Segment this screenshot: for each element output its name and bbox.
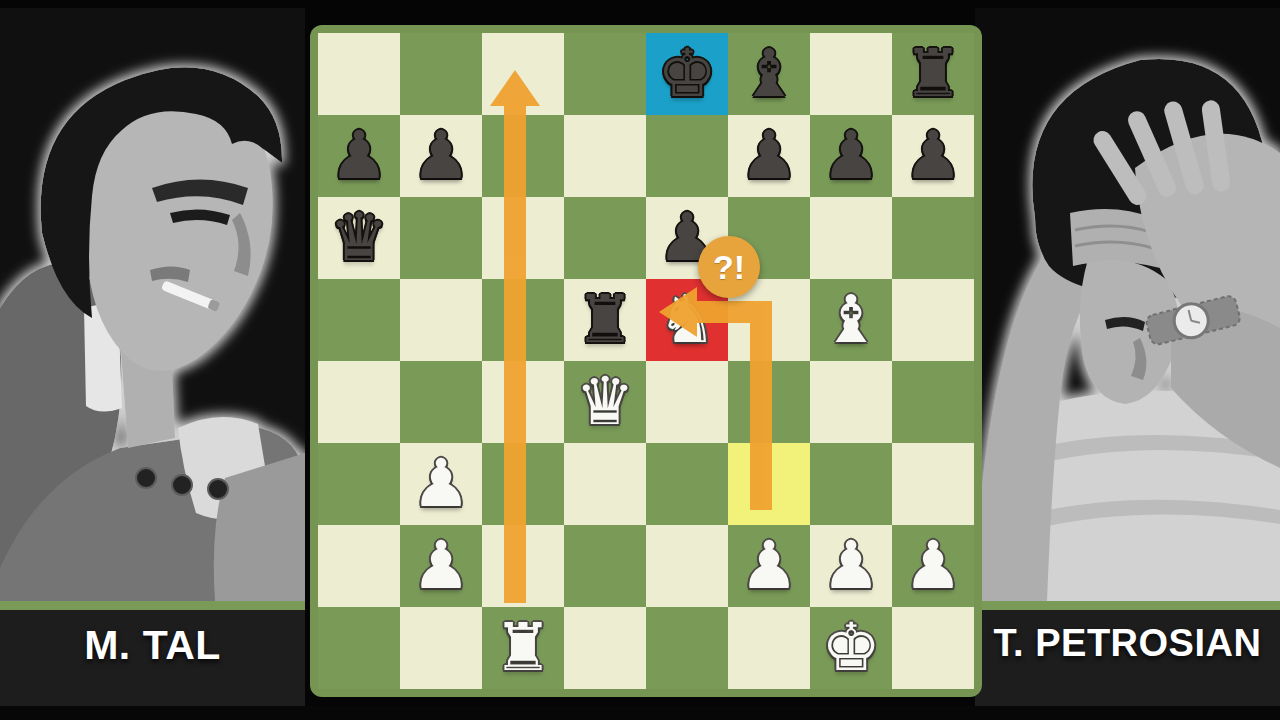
piece-white-bishop[interactable]: ♝: [810, 279, 892, 361]
square-b7[interactable]: ♟: [400, 115, 482, 197]
square-h1[interactable]: [892, 607, 974, 689]
stage: M. TAL T. PETROSIAN ♚♝♜♟♟♟♟♟♛♟♜♞♝♛♟♟♟♟♟♜…: [0, 0, 1280, 720]
square-c3[interactable]: [482, 443, 564, 525]
chess-board-frame: ♚♝♜♟♟♟♟♟♛♟♜♞♝♛♟♟♟♟♟♜♚ ?!: [310, 25, 982, 697]
piece-black-rook[interactable]: ♜: [892, 33, 974, 115]
square-a4[interactable]: [318, 361, 400, 443]
square-b1[interactable]: [400, 607, 482, 689]
piece-white-pawn[interactable]: ♟: [400, 525, 482, 607]
square-d2[interactable]: [564, 525, 646, 607]
move-quality-label: ?!: [713, 248, 745, 287]
piece-white-rook[interactable]: ♜: [482, 607, 564, 689]
photo-tal: [0, 8, 305, 601]
square-c4[interactable]: [482, 361, 564, 443]
square-f7[interactable]: ♟: [728, 115, 810, 197]
square-e1[interactable]: [646, 607, 728, 689]
square-a2[interactable]: [318, 525, 400, 607]
square-g5[interactable]: ♝: [810, 279, 892, 361]
square-e2[interactable]: [646, 525, 728, 607]
square-f2[interactable]: ♟: [728, 525, 810, 607]
square-h6[interactable]: [892, 197, 974, 279]
piece-black-bishop[interactable]: ♝: [728, 33, 810, 115]
square-e8[interactable]: ♚: [646, 33, 728, 115]
square-a7[interactable]: ♟: [318, 115, 400, 197]
square-h7[interactable]: ♟: [892, 115, 974, 197]
square-g2[interactable]: ♟: [810, 525, 892, 607]
player-name-black: T. PETROSIAN: [994, 622, 1262, 665]
green-strip-left: [0, 601, 305, 610]
piece-white-pawn[interactable]: ♟: [728, 525, 810, 607]
square-e4[interactable]: [646, 361, 728, 443]
piece-black-pawn[interactable]: ♟: [810, 115, 892, 197]
square-b5[interactable]: [400, 279, 482, 361]
piece-white-pawn[interactable]: ♟: [400, 443, 482, 525]
square-b4[interactable]: [400, 361, 482, 443]
nameplate-tal: M. TAL: [0, 610, 305, 706]
square-d7[interactable]: [564, 115, 646, 197]
piece-black-pawn[interactable]: ♟: [892, 115, 974, 197]
player-name-white: M. TAL: [84, 622, 221, 669]
square-f8[interactable]: ♝: [728, 33, 810, 115]
square-a6[interactable]: ♛: [318, 197, 400, 279]
piece-black-rook[interactable]: ♜: [564, 279, 646, 361]
square-g6[interactable]: [810, 197, 892, 279]
square-d5[interactable]: ♜: [564, 279, 646, 361]
square-g1[interactable]: ♚: [810, 607, 892, 689]
photo-petrosian: [975, 8, 1280, 601]
square-h4[interactable]: [892, 361, 974, 443]
square-a3[interactable]: [318, 443, 400, 525]
square-h8[interactable]: ♜: [892, 33, 974, 115]
tal-portrait-art: [0, 8, 305, 601]
square-h5[interactable]: [892, 279, 974, 361]
square-h2[interactable]: ♟: [892, 525, 974, 607]
square-d6[interactable]: [564, 197, 646, 279]
piece-black-pawn[interactable]: ♟: [728, 115, 810, 197]
piece-white-king[interactable]: ♚: [810, 607, 892, 689]
square-g3[interactable]: [810, 443, 892, 525]
square-d3[interactable]: [564, 443, 646, 525]
move-quality-badge: ?!: [698, 236, 760, 298]
square-f4[interactable]: [728, 361, 810, 443]
piece-white-pawn[interactable]: ♟: [892, 525, 974, 607]
piece-black-queen[interactable]: ♛: [318, 197, 400, 279]
piece-black-pawn[interactable]: ♟: [318, 115, 400, 197]
square-d8[interactable]: [564, 33, 646, 115]
chess-board[interactable]: ♚♝♜♟♟♟♟♟♛♟♜♞♝♛♟♟♟♟♟♜♚: [318, 33, 974, 689]
square-e7[interactable]: [646, 115, 728, 197]
bottom-letterbox: [0, 706, 1280, 720]
square-d1[interactable]: [564, 607, 646, 689]
square-a8[interactable]: [318, 33, 400, 115]
square-c6[interactable]: [482, 197, 564, 279]
square-b2[interactable]: ♟: [400, 525, 482, 607]
green-strip-right: [975, 601, 1280, 610]
square-h3[interactable]: [892, 443, 974, 525]
square-g8[interactable]: [810, 33, 892, 115]
square-c5[interactable]: [482, 279, 564, 361]
square-c8[interactable]: [482, 33, 564, 115]
square-c7[interactable]: [482, 115, 564, 197]
piece-black-pawn[interactable]: ♟: [400, 115, 482, 197]
piece-white-queen[interactable]: ♛: [564, 361, 646, 443]
piece-black-king[interactable]: ♚: [646, 33, 728, 115]
petrosian-portrait-art: [975, 8, 1280, 601]
square-b6[interactable]: [400, 197, 482, 279]
square-d4[interactable]: ♛: [564, 361, 646, 443]
square-b8[interactable]: [400, 33, 482, 115]
square-g7[interactable]: ♟: [810, 115, 892, 197]
square-g4[interactable]: [810, 361, 892, 443]
square-e3[interactable]: [646, 443, 728, 525]
piece-white-pawn[interactable]: ♟: [810, 525, 892, 607]
square-c1[interactable]: ♜: [482, 607, 564, 689]
square-b3[interactable]: ♟: [400, 443, 482, 525]
square-c2[interactable]: [482, 525, 564, 607]
square-f3[interactable]: [728, 443, 810, 525]
nameplate-petrosian: T. PETROSIAN: [975, 610, 1280, 706]
square-a1[interactable]: [318, 607, 400, 689]
square-a5[interactable]: [318, 279, 400, 361]
square-f1[interactable]: [728, 607, 810, 689]
